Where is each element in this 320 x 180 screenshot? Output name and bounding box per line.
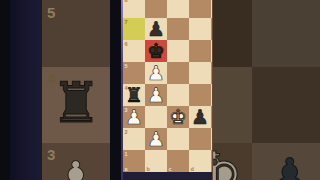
piece-black-pawn[interactable]: ♟ (145, 18, 167, 40)
shorts-video-frame: { "game": "chess", "layout_style": "vert… (0, 0, 320, 180)
square-c1[interactable]: c (167, 150, 189, 172)
square-c6[interactable] (167, 40, 189, 62)
square-d8[interactable] (189, 0, 211, 18)
rank-coordinate-6: 6 (125, 41, 128, 47)
square-a4[interactable]: 4♜ (123, 84, 145, 106)
rank-coordinate-1: 1 (125, 151, 128, 157)
square-b3[interactable] (145, 106, 167, 128)
square-d6[interactable] (189, 40, 211, 62)
video-edge-glow-left (121, 0, 123, 180)
piece-white-pawn[interactable]: ♟ (145, 62, 167, 84)
square-c5[interactable] (167, 62, 189, 84)
bg-square-d5 (252, 0, 320, 67)
square-d1[interactable]: d (189, 150, 211, 172)
square-a7[interactable]: 7 (123, 18, 145, 40)
square-a1[interactable]: 1a (123, 150, 145, 172)
square-d5[interactable] (189, 62, 211, 84)
background-black-bar (0, 0, 10, 180)
chess-board: 87♟6♚5♟4♜♟3♟♚♟2♟1abcde (123, 0, 213, 172)
piece-black-king[interactable]: ♚ (145, 40, 167, 62)
rank-coordinate-2: 2 (125, 129, 128, 135)
square-b4[interactable]: ♟ (145, 84, 167, 106)
bg-piece-black-pawn-d3: ♟ (263, 150, 317, 180)
file-coordinate-c: c (169, 166, 172, 172)
background-navy-bar (10, 0, 42, 180)
file-coordinate-d: d (191, 166, 194, 172)
piece-black-pawn[interactable]: ♟ (189, 106, 211, 128)
square-d7[interactable] (189, 18, 211, 40)
bg-square-d4 (252, 67, 320, 143)
square-a2[interactable]: 2 (123, 128, 145, 150)
square-d2[interactable] (189, 128, 211, 150)
square-b1[interactable]: b (145, 150, 167, 172)
square-b6[interactable]: ♚ (145, 40, 167, 62)
square-a8[interactable]: 8 (123, 0, 145, 18)
square-b8[interactable] (145, 0, 167, 18)
square-c8[interactable] (167, 0, 189, 18)
square-c3[interactable]: ♚ (167, 106, 189, 128)
square-a5[interactable]: 5 (123, 62, 145, 84)
square-c4[interactable] (167, 84, 189, 106)
square-c2[interactable] (167, 128, 189, 150)
rank-coordinate-5: 5 (125, 63, 128, 69)
square-d4[interactable] (189, 84, 211, 106)
square-b2[interactable]: ♟ (145, 128, 167, 150)
video-edge-glow-right (212, 0, 213, 180)
rank-coordinate-7: 7 (125, 19, 128, 25)
file-coordinate-b: b (147, 166, 150, 172)
video-strip: 87♟6♚5♟4♜♟3♟♚♟2♟1abcde (121, 0, 213, 180)
square-d3[interactable]: ♟ (189, 106, 211, 128)
piece-black-rook[interactable]: ♜ (123, 84, 145, 106)
square-a3[interactable]: 3♟ (123, 106, 145, 128)
piece-white-pawn[interactable]: ♟ (145, 84, 167, 106)
file-coordinate-a: a (125, 166, 128, 172)
bg-piece-black-rook-a4: ♜ (46, 73, 106, 133)
piece-white-pawn[interactable]: ♟ (123, 106, 145, 128)
piece-white-king[interactable]: ♚ (167, 106, 189, 128)
square-b7[interactable]: ♟ (145, 18, 167, 40)
square-c7[interactable] (167, 18, 189, 40)
square-a6[interactable]: 6 (123, 40, 145, 62)
bg-rank-label-5: 5 (47, 4, 55, 21)
square-b5[interactable]: ♟ (145, 62, 167, 84)
rank-coordinate-8: 8 (125, 0, 128, 3)
piece-white-pawn[interactable]: ♟ (145, 128, 167, 150)
bg-piece-white-pawn-a3: ♟ (49, 153, 103, 180)
